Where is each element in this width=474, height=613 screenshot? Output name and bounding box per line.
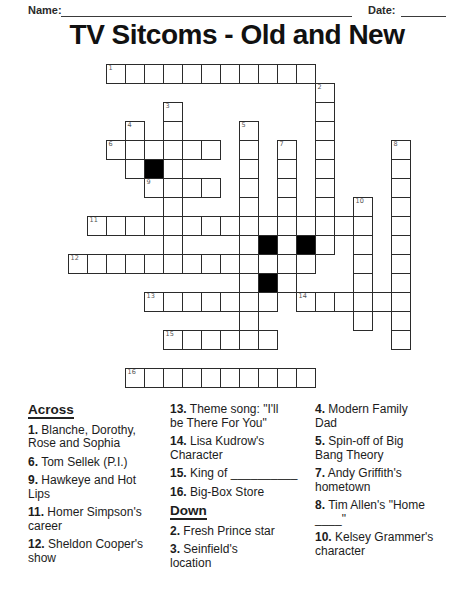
grid-cell[interactable] [163,159,183,179]
clue-number: 2 [318,84,322,91]
grid-cell[interactable] [391,159,411,179]
clue-number: 14 [299,293,307,300]
clue-number: 5 [242,122,246,129]
black-cell [296,235,316,255]
grid-cell[interactable] [220,254,240,274]
grid-cell[interactable] [201,330,221,350]
grid-cell[interactable] [239,140,259,160]
grid-cell[interactable] [220,64,240,84]
clue-item: 9. Hawkeye and HotLips [28,474,170,501]
grid-cell[interactable] [315,178,335,198]
grid-cell[interactable]: 12 [68,254,88,274]
clue-number-label: 10. [315,530,332,544]
clue-number-label: 7. [315,466,325,480]
clue-number: 9 [147,179,151,186]
grid-cell[interactable] [106,216,126,236]
grid-cell[interactable]: 9 [144,178,164,198]
grid-cell[interactable] [239,292,259,312]
clue-number: 12 [71,255,79,262]
grid-cell[interactable] [353,292,373,312]
grid-cell[interactable]: 14 [296,292,316,312]
grid-cell[interactable] [125,64,145,84]
grid-cell[interactable] [163,216,183,236]
grid-cell[interactable]: 7 [277,140,297,160]
grid-cell[interactable] [334,216,354,236]
grid-cell[interactable] [277,64,297,84]
grid-cell[interactable] [220,216,240,236]
grid-cell[interactable] [258,216,278,236]
grid-cell[interactable] [144,64,164,84]
grid-cell[interactable]: 11 [87,216,107,236]
clue-number: 13 [147,293,155,300]
grid-cell[interactable] [239,197,259,217]
grid-cell[interactable]: 1 [106,64,126,84]
clue-number-label: 2. [170,524,180,538]
grid-cell[interactable] [239,273,259,293]
clue-item: 10. Kelsey Grammer'scharacter [315,531,471,558]
grid-cell[interactable]: 15 [163,330,183,350]
clue-number: 6 [109,141,113,148]
grid-cell[interactable] [334,292,354,312]
grid-cell[interactable] [239,178,259,198]
clue-number-label: 5. [315,434,325,448]
grid-cell[interactable] [258,254,278,274]
grid-cell[interactable] [277,254,297,274]
grid-cell[interactable] [258,292,278,312]
grid-cell[interactable] [296,368,316,388]
clue-number: 11 [90,217,98,224]
clue-number-label: 13. [170,402,187,416]
grid-cell[interactable] [106,254,126,274]
clue-number-label: 15. [170,466,187,480]
grid-cell[interactable] [296,64,316,84]
grid-cell[interactable] [277,273,297,293]
grid-cell[interactable] [201,140,221,160]
grid-cell[interactable] [239,368,259,388]
grid-cell[interactable] [125,159,145,179]
grid-cell[interactable] [239,235,259,255]
grid-cell[interactable] [144,254,164,274]
grid-cell[interactable]: 8 [391,140,411,160]
black-cell [144,159,164,179]
grid-cell[interactable]: 5 [239,121,259,141]
grid-cell[interactable] [163,121,183,141]
grid-cell[interactable] [315,121,335,141]
grid-cell[interactable] [391,254,411,274]
grid-cell[interactable] [277,178,297,198]
clue-column-middle: 13. Theme song: "I'llbe There For You"14… [170,403,316,575]
grid-cell[interactable] [315,235,335,255]
clue-number: 7 [280,141,284,148]
grid-cell[interactable] [144,140,164,160]
clue-item: 4. Modern FamilyDad [315,403,471,430]
clue-number-label: 8. [315,498,325,512]
grid-cell[interactable] [144,368,164,388]
grid-cell[interactable] [315,216,335,236]
grid-cell[interactable] [353,273,373,293]
grid-cell[interactable] [391,235,411,255]
clue-item: 5. Spin-off of BigBang Theory [315,435,471,462]
clue-section-header: Across [28,403,74,419]
puzzle-title: TV Sitcoms - Old and New [0,19,474,51]
grid-cell[interactable] [296,216,316,236]
grid-cell[interactable] [391,197,411,217]
name-blank-line[interactable] [61,15,352,17]
grid-cell[interactable] [201,254,221,274]
clue-number: 3 [166,103,170,110]
grid-cell[interactable] [87,254,107,274]
clue-number-label: 1. [28,423,38,437]
grid-cell[interactable] [201,64,221,84]
clue-item: 14. Lisa Kudrow'sCharacter [170,435,316,462]
grid-cell[interactable] [201,368,221,388]
clue-item: 13. Theme song: "I'llbe There For You" [170,403,316,430]
grid-cell[interactable] [353,254,373,274]
clue-number-label: 16. [170,485,187,499]
grid-cell[interactable] [239,159,259,179]
grid-cell[interactable] [163,140,183,160]
clue-number: 8 [394,141,398,148]
grid-cell[interactable] [182,330,202,350]
grid-cell[interactable] [182,140,202,160]
grid-cell[interactable] [163,197,183,217]
grid-cell[interactable] [277,368,297,388]
clue-number-label: 9. [28,473,38,487]
grid-cell[interactable] [391,292,411,312]
grid-cell[interactable] [391,273,411,293]
clue-item: 12. Sheldon Cooper'sshow [28,538,170,565]
grid-cell[interactable] [163,292,183,312]
grid-cell[interactable] [258,64,278,84]
grid-cell[interactable] [258,368,278,388]
crossword-grid: 12345678910111213141516 [68,64,410,387]
grid-cell[interactable]: 16 [125,368,145,388]
clue-number-label: 4. [315,402,325,416]
crossword-worksheet-page: { "game": "crossword", "title": "TV Sitc… [0,0,474,613]
grid-cell[interactable] [201,216,221,236]
grid-cell[interactable] [125,216,145,236]
grid-cell[interactable] [277,216,297,236]
grid-cell[interactable] [201,292,221,312]
date-blank-line[interactable] [401,15,446,17]
grid-cell[interactable] [353,235,373,255]
grid-cell[interactable] [220,330,240,350]
grid-cell[interactable] [315,140,335,160]
grid-cell[interactable] [239,311,259,331]
grid-cell[interactable] [239,330,259,350]
grid-cell[interactable] [125,140,145,160]
grid-cell[interactable]: 13 [144,292,164,312]
grid-cell[interactable] [258,330,278,350]
clue-item: 8. Tim Allen's "Home____" [315,499,471,526]
grid-cell[interactable] [220,292,240,312]
black-cell [258,273,278,293]
clue-item: 11. Homer Simpson'scareer [28,506,170,533]
grid-cell[interactable] [163,254,183,274]
clue-item: 16. Big-Box Store [170,486,316,500]
clue-number-label: 14. [170,434,187,448]
grid-cell[interactable] [144,216,164,236]
grid-cell[interactable] [182,178,202,198]
grid-cell[interactable] [277,197,297,217]
clue-number-label: 11. [28,505,44,519]
grid-cell[interactable] [296,254,316,274]
clue-number-label: 6. [28,455,38,469]
name-label: Name: [28,4,62,16]
grid-cell[interactable] [239,216,259,236]
grid-cell[interactable]: 6 [106,140,126,160]
grid-cell[interactable] [391,178,411,198]
clue-number-label: 12. [28,537,45,551]
grid-cell[interactable] [315,102,335,122]
grid-cell[interactable] [182,254,202,274]
grid-cell[interactable] [182,292,202,312]
grid-cell[interactable] [163,368,183,388]
clue-number: 16 [128,369,136,376]
grid-cell[interactable] [163,178,183,198]
black-cell [258,235,278,255]
grid-cell[interactable] [315,197,335,217]
grid-cell[interactable] [315,159,335,179]
grid-cell[interactable] [239,64,259,84]
clue-section-header: Down [170,504,207,520]
grid-cell[interactable] [201,178,221,198]
clue-item: 6. Tom Sellek (P.I.) [28,456,170,470]
grid-cell[interactable]: 10 [353,197,373,217]
grid-cell[interactable] [182,368,202,388]
grid-cell[interactable] [277,159,297,179]
clue-column-left: Across1. Blanche, Dorothy,Rose and Sophi… [28,403,170,570]
grid-cell[interactable]: 3 [163,102,183,122]
clue-item: 3. Seinfield'slocation [170,543,316,570]
grid-cell[interactable] [163,64,183,84]
clue-number-label: 3. [170,542,180,556]
grid-cell[interactable] [125,254,145,274]
grid-cell[interactable]: 2 [315,83,335,103]
clue-item: 2. Fresh Prince star [170,525,316,539]
grid-cell[interactable] [353,311,373,331]
grid-cell[interactable] [182,216,202,236]
clue-column-right: 4. Modern FamilyDad5. Spin-off of BigBan… [315,403,471,563]
grid-cell[interactable] [182,64,202,84]
clue-item: 7. Andy Griffith'shometown [315,467,471,494]
clue-number: 15 [166,331,174,338]
grid-cell[interactable] [239,254,259,274]
grid-cell[interactable] [220,368,240,388]
clue-number: 4 [128,122,132,129]
grid-cell[interactable] [391,330,411,350]
grid-cell[interactable] [372,292,392,312]
grid-cell[interactable] [315,292,335,312]
clue-number: 10 [356,198,364,205]
clue-number: 1 [109,65,113,72]
clue-item: 1. Blanche, Dorothy,Rose and Sophia [28,424,170,451]
grid-cell[interactable] [277,235,297,255]
grid-cell[interactable] [163,235,183,255]
grid-cell[interactable] [391,216,411,236]
grid-cell[interactable] [391,311,411,331]
date-label: Date: [368,4,396,16]
clue-item: 15. King of __________ [170,467,316,481]
grid-cell[interactable] [353,216,373,236]
grid-cell[interactable]: 4 [125,121,145,141]
